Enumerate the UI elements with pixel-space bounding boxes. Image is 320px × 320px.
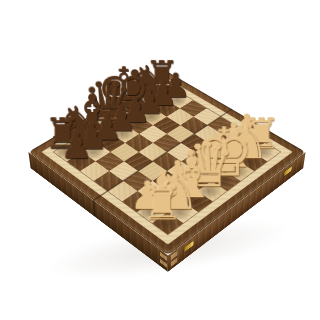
finger-joint bbox=[160, 252, 167, 261]
finger-joint bbox=[160, 259, 167, 268]
piece-white-rook-a1[interactable]: ♜ bbox=[136, 181, 189, 227]
chess-box: ♜♞♝♛♚♝♞♜♟♟♟♟♟♟♟♟♟♟♟♟♟♟♟♟♜♞♝♛♚♝♞♜ bbox=[28, 71, 305, 255]
brass-latch-icon bbox=[184, 241, 193, 252]
fold-seam-side bbox=[93, 200, 95, 217]
finger-joint bbox=[171, 251, 177, 260]
finger-joint bbox=[171, 257, 177, 266]
scene: ♜♞♝♛♚♝♞♜♟♟♟♟♟♟♟♟♟♟♟♟♟♟♟♟♜♞♝♛♚♝♞♜ bbox=[0, 0, 320, 320]
piece-black-pawn-a7[interactable]: ♟ bbox=[52, 128, 101, 165]
product-photo: ♜♞♝♛♚♝♞♜♟♟♟♟♟♟♟♟♟♟♟♟♟♟♟♟♜♞♝♛♚♝♞♜ bbox=[0, 0, 320, 320]
brass-latch-icon bbox=[284, 166, 292, 176]
